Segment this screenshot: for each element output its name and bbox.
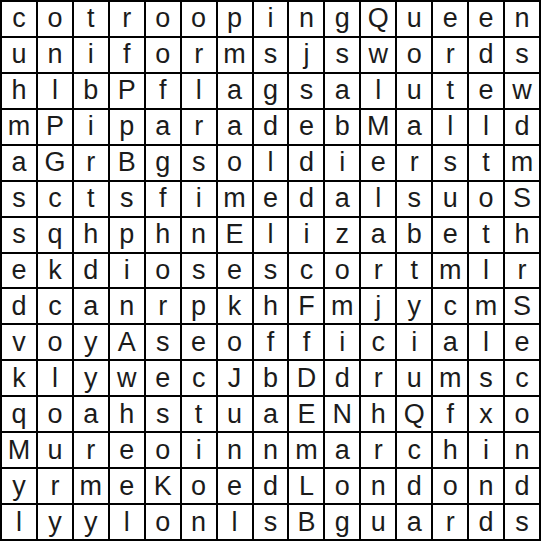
cell-r14c8[interactable]: d [254, 469, 288, 503]
cell-r13c3[interactable]: r [74, 433, 108, 467]
cell-r15c10[interactable]: g [325, 505, 359, 539]
cell-r14c7[interactable]: e [218, 469, 252, 503]
cell-r6c6[interactable]: i [182, 182, 216, 216]
cell-r5c13[interactable]: s [433, 146, 467, 180]
cell-r5c11[interactable]: e [361, 146, 395, 180]
cell-r9c10[interactable]: m [325, 289, 359, 323]
cell-r3c14[interactable]: e [469, 74, 503, 108]
cell-r9c1[interactable]: d [2, 289, 36, 323]
cell-r10c4[interactable]: A [110, 325, 144, 359]
cell-r8c10[interactable]: o [325, 254, 359, 288]
cell-r4c15[interactable]: d [505, 110, 539, 144]
cell-r1c6[interactable]: o [182, 2, 216, 36]
cell-r8c12[interactable]: t [397, 254, 431, 288]
cell-r2c5[interactable]: o [146, 38, 180, 72]
cell-r12c14[interactable]: x [469, 397, 503, 431]
cell-r9c9[interactable]: F [289, 289, 323, 323]
cell-r4c1[interactable]: m [2, 110, 36, 144]
cell-r2c15[interactable]: s [505, 38, 539, 72]
cell-r10c14[interactable]: l [469, 325, 503, 359]
cell-r4c9[interactable]: e [289, 110, 323, 144]
cell-r8c3[interactable]: d [74, 254, 108, 288]
cell-r14c1[interactable]: y [2, 469, 36, 503]
cell-r2c3[interactable]: i [74, 38, 108, 72]
cell-r1c15[interactable]: n [505, 2, 539, 36]
cell-r7c5[interactable]: h [146, 218, 180, 252]
cell-r1c8[interactable]: i [254, 2, 288, 36]
cell-r3c8[interactable]: g [254, 74, 288, 108]
cell-r10c1[interactable]: v [2, 325, 36, 359]
cell-r10c13[interactable]: a [433, 325, 467, 359]
cell-r11c14[interactable]: s [469, 361, 503, 395]
cell-r15c3[interactable]: y [74, 505, 108, 539]
cell-r7c7[interactable]: E [218, 218, 252, 252]
cell-r13c10[interactable]: a [325, 433, 359, 467]
cell-r5c6[interactable]: s [182, 146, 216, 180]
cell-r11c2[interactable]: l [38, 361, 72, 395]
cell-r8c8[interactable]: s [254, 254, 288, 288]
cell-r13c7[interactable]: n [218, 433, 252, 467]
cell-r5c10[interactable]: i [325, 146, 359, 180]
cell-r15c7[interactable]: l [218, 505, 252, 539]
cell-r6c14[interactable]: o [469, 182, 503, 216]
cell-r12c15[interactable]: o [505, 397, 539, 431]
cell-r15c13[interactable]: r [433, 505, 467, 539]
cell-r7c2[interactable]: q [38, 218, 72, 252]
cell-r2c9[interactable]: j [289, 38, 323, 72]
cell-r10c9[interactable]: f [289, 325, 323, 359]
cell-r14c5[interactable]: K [146, 469, 180, 503]
cell-r7c12[interactable]: b [397, 218, 431, 252]
cell-r4c14[interactable]: l [469, 110, 503, 144]
cell-r13c11[interactable]: r [361, 433, 395, 467]
cell-r13c6[interactable]: i [182, 433, 216, 467]
cell-r11c12[interactable]: u [397, 361, 431, 395]
cell-r14c3[interactable]: m [74, 469, 108, 503]
cell-r11c15[interactable]: c [505, 361, 539, 395]
cell-r3c6[interactable]: l [182, 74, 216, 108]
cell-r1c4[interactable]: r [110, 2, 144, 36]
cell-r5c12[interactable]: r [397, 146, 431, 180]
cell-r6c8[interactable]: e [254, 182, 288, 216]
cell-r9c15[interactable]: S [505, 289, 539, 323]
cell-r4c5[interactable]: a [146, 110, 180, 144]
cell-r7c9[interactable]: i [289, 218, 323, 252]
cell-r14c10[interactable]: o [325, 469, 359, 503]
cell-r8c11[interactable]: r [361, 254, 395, 288]
cell-r3c10[interactable]: a [325, 74, 359, 108]
cell-r11c6[interactable]: c [182, 361, 216, 395]
cell-r9c7[interactable]: k [218, 289, 252, 323]
cell-r8c9[interactable]: c [289, 254, 323, 288]
cell-r13c1[interactable]: M [2, 433, 36, 467]
cell-r12c4[interactable]: h [110, 397, 144, 431]
cell-r11c5[interactable]: e [146, 361, 180, 395]
cell-r9c5[interactable]: r [146, 289, 180, 323]
cell-r6c3[interactable]: t [74, 182, 108, 216]
cell-r15c14[interactable]: d [469, 505, 503, 539]
cell-r13c4[interactable]: e [110, 433, 144, 467]
cell-r1c12[interactable]: u [397, 2, 431, 36]
cell-r13c14[interactable]: i [469, 433, 503, 467]
cell-r6c5[interactable]: f [146, 182, 180, 216]
cell-r14c4[interactable]: e [110, 469, 144, 503]
cell-r4c8[interactable]: d [254, 110, 288, 144]
cell-r13c12[interactable]: c [397, 433, 431, 467]
cell-r5c1[interactable]: a [2, 146, 36, 180]
cell-r15c12[interactable]: a [397, 505, 431, 539]
cell-r13c2[interactable]: u [38, 433, 72, 467]
cell-r4c6[interactable]: r [182, 110, 216, 144]
cell-r2c2[interactable]: n [38, 38, 72, 72]
cell-r3c15[interactable]: w [505, 74, 539, 108]
cell-r9c4[interactable]: n [110, 289, 144, 323]
cell-r4c13[interactable]: l [433, 110, 467, 144]
cell-r12c1[interactable]: q [2, 397, 36, 431]
cell-r3c13[interactable]: t [433, 74, 467, 108]
cell-r9c13[interactable]: c [433, 289, 467, 323]
cell-r15c4[interactable]: l [110, 505, 144, 539]
cell-r11c9[interactable]: D [289, 361, 323, 395]
cell-r2c8[interactable]: s [254, 38, 288, 72]
cell-r6c15[interactable]: S [505, 182, 539, 216]
cell-r15c9[interactable]: B [289, 505, 323, 539]
cell-r1c3[interactable]: t [74, 2, 108, 36]
cell-r7c4[interactable]: p [110, 218, 144, 252]
cell-r11c13[interactable]: m [433, 361, 467, 395]
cell-r5c9[interactable]: d [289, 146, 323, 180]
cell-r2c4[interactable]: f [110, 38, 144, 72]
cell-r10c2[interactable]: o [38, 325, 72, 359]
cell-r5c4[interactable]: B [110, 146, 144, 180]
cell-r10c7[interactable]: o [218, 325, 252, 359]
cell-r14c14[interactable]: n [469, 469, 503, 503]
cell-r6c10[interactable]: a [325, 182, 359, 216]
cell-r8c14[interactable]: l [469, 254, 503, 288]
cell-r5c14[interactable]: t [469, 146, 503, 180]
cell-r10c3[interactable]: y [74, 325, 108, 359]
cell-r15c6[interactable]: n [182, 505, 216, 539]
cell-r13c15[interactable]: n [505, 433, 539, 467]
cell-r7c6[interactable]: n [182, 218, 216, 252]
cell-r12c2[interactable]: o [38, 397, 72, 431]
cell-r2c6[interactable]: r [182, 38, 216, 72]
cell-r14c13[interactable]: o [433, 469, 467, 503]
cell-r10c5[interactable]: s [146, 325, 180, 359]
cell-r9c11[interactable]: j [361, 289, 395, 323]
cell-r7c15[interactable]: h [505, 218, 539, 252]
cell-r9c14[interactable]: m [469, 289, 503, 323]
cell-r9c6[interactable]: p [182, 289, 216, 323]
cell-r9c8[interactable]: h [254, 289, 288, 323]
cell-r11c10[interactable]: d [325, 361, 359, 395]
cell-r11c3[interactable]: y [74, 361, 108, 395]
cell-r5c3[interactable]: r [74, 146, 108, 180]
cell-r6c11[interactable]: l [361, 182, 395, 216]
cell-r5c7[interactable]: o [218, 146, 252, 180]
cell-r3c11[interactable]: l [361, 74, 395, 108]
cell-r7c3[interactable]: h [74, 218, 108, 252]
cell-r12c5[interactable]: s [146, 397, 180, 431]
cell-r14c9[interactable]: L [289, 469, 323, 503]
cell-r7c10[interactable]: z [325, 218, 359, 252]
cell-r13c9[interactable]: m [289, 433, 323, 467]
cell-r1c14[interactable]: e [469, 2, 503, 36]
cell-r6c7[interactable]: m [218, 182, 252, 216]
cell-r3c4[interactable]: P [110, 74, 144, 108]
cell-r4c2[interactable]: P [38, 110, 72, 144]
cell-r6c1[interactable]: s [2, 182, 36, 216]
cell-r3c7[interactable]: a [218, 74, 252, 108]
cell-r11c4[interactable]: w [110, 361, 144, 395]
cell-r7c14[interactable]: t [469, 218, 503, 252]
cell-r8c7[interactable]: e [218, 254, 252, 288]
cell-r1c11[interactable]: Q [361, 2, 395, 36]
cell-r9c3[interactable]: a [74, 289, 108, 323]
cell-r6c4[interactable]: s [110, 182, 144, 216]
cell-r12c11[interactable]: h [361, 397, 395, 431]
cell-r15c5[interactable]: o [146, 505, 180, 539]
cell-r1c9[interactable]: n [289, 2, 323, 36]
cell-r15c11[interactable]: u [361, 505, 395, 539]
cell-r15c15[interactable]: s [505, 505, 539, 539]
cell-r9c2[interactable]: c [38, 289, 72, 323]
cell-r14c12[interactable]: d [397, 469, 431, 503]
cell-r11c8[interactable]: b [254, 361, 288, 395]
cell-r12c10[interactable]: N [325, 397, 359, 431]
cell-r8c15[interactable]: r [505, 254, 539, 288]
cell-r4c11[interactable]: M [361, 110, 395, 144]
cell-r15c2[interactable]: y [38, 505, 72, 539]
cell-r8c13[interactable]: m [433, 254, 467, 288]
cell-r1c2[interactable]: o [38, 2, 72, 36]
cell-r8c1[interactable]: e [2, 254, 36, 288]
cell-r8c5[interactable]: o [146, 254, 180, 288]
cell-r10c10[interactable]: i [325, 325, 359, 359]
cell-r5c8[interactable]: l [254, 146, 288, 180]
word-search-puzzle: cotroopingQueenuniformsjswordshlbPflagsa… [0, 0, 541, 541]
cell-r10c15[interactable]: e [505, 325, 539, 359]
cell-r2c1[interactable]: u [2, 38, 36, 72]
cell-r8c2[interactable]: k [38, 254, 72, 288]
cell-r6c12[interactable]: s [397, 182, 431, 216]
cell-r7c13[interactable]: e [433, 218, 467, 252]
cell-r3c1[interactable]: h [2, 74, 36, 108]
cell-r14c2[interactable]: r [38, 469, 72, 503]
cell-r6c2[interactable]: c [38, 182, 72, 216]
cell-r9c12[interactable]: y [397, 289, 431, 323]
cell-r11c11[interactable]: r [361, 361, 395, 395]
cell-r11c7[interactable]: J [218, 361, 252, 395]
cell-r1c5[interactable]: o [146, 2, 180, 36]
cell-r11c1[interactable]: k [2, 361, 36, 395]
cell-r7c11[interactable]: a [361, 218, 395, 252]
cell-r12c7[interactable]: u [218, 397, 252, 431]
cell-r15c1[interactable]: l [2, 505, 36, 539]
cell-r5c5[interactable]: g [146, 146, 180, 180]
cell-r2c11[interactable]: w [361, 38, 395, 72]
cell-r13c5[interactable]: o [146, 433, 180, 467]
cell-r14c15[interactable]: d [505, 469, 539, 503]
cell-r4c4[interactable]: p [110, 110, 144, 144]
cell-r8c6[interactable]: s [182, 254, 216, 288]
cell-r5c15[interactable]: m [505, 146, 539, 180]
cell-r13c8[interactable]: n [254, 433, 288, 467]
cell-r14c6[interactable]: o [182, 469, 216, 503]
cell-r2c12[interactable]: o [397, 38, 431, 72]
cell-r12c6[interactable]: t [182, 397, 216, 431]
cell-r3c5[interactable]: f [146, 74, 180, 108]
cell-r15c8[interactable]: s [254, 505, 288, 539]
cell-r4c3[interactable]: i [74, 110, 108, 144]
cell-r4c10[interactable]: b [325, 110, 359, 144]
cell-r3c9[interactable]: s [289, 74, 323, 108]
cell-r1c10[interactable]: g [325, 2, 359, 36]
cell-r7c1[interactable]: s [2, 218, 36, 252]
cell-r4c12[interactable]: a [397, 110, 431, 144]
cell-r12c3[interactable]: a [74, 397, 108, 431]
cell-r12c13[interactable]: f [433, 397, 467, 431]
cell-r3c12[interactable]: u [397, 74, 431, 108]
cell-r1c1[interactable]: c [2, 2, 36, 36]
word-search-grid: cotroopingQueenuniformsjswordshlbPflagsa… [0, 0, 541, 541]
cell-r10c6[interactable]: e [182, 325, 216, 359]
cell-r8c4[interactable]: i [110, 254, 144, 288]
cell-r2c14[interactable]: d [469, 38, 503, 72]
cell-r1c7[interactable]: p [218, 2, 252, 36]
cell-r12c8[interactable]: a [254, 397, 288, 431]
cell-r6c9[interactable]: d [289, 182, 323, 216]
cell-r13c13[interactable]: h [433, 433, 467, 467]
cell-r3c3[interactable]: b [74, 74, 108, 108]
cell-r2c7[interactable]: m [218, 38, 252, 72]
cell-r4c7[interactable]: a [218, 110, 252, 144]
cell-r10c11[interactable]: c [361, 325, 395, 359]
cell-r12c9[interactable]: E [289, 397, 323, 431]
cell-r2c10[interactable]: s [325, 38, 359, 72]
cell-r10c12[interactable]: i [397, 325, 431, 359]
cell-r10c8[interactable]: f [254, 325, 288, 359]
cell-r5c2[interactable]: G [38, 146, 72, 180]
cell-r2c13[interactable]: r [433, 38, 467, 72]
cell-r6c13[interactable]: u [433, 182, 467, 216]
cell-r7c8[interactable]: l [254, 218, 288, 252]
cell-r12c12[interactable]: Q [397, 397, 431, 431]
cell-r3c2[interactable]: l [38, 74, 72, 108]
cell-r14c11[interactable]: n [361, 469, 395, 503]
cell-r1c13[interactable]: e [433, 2, 467, 36]
